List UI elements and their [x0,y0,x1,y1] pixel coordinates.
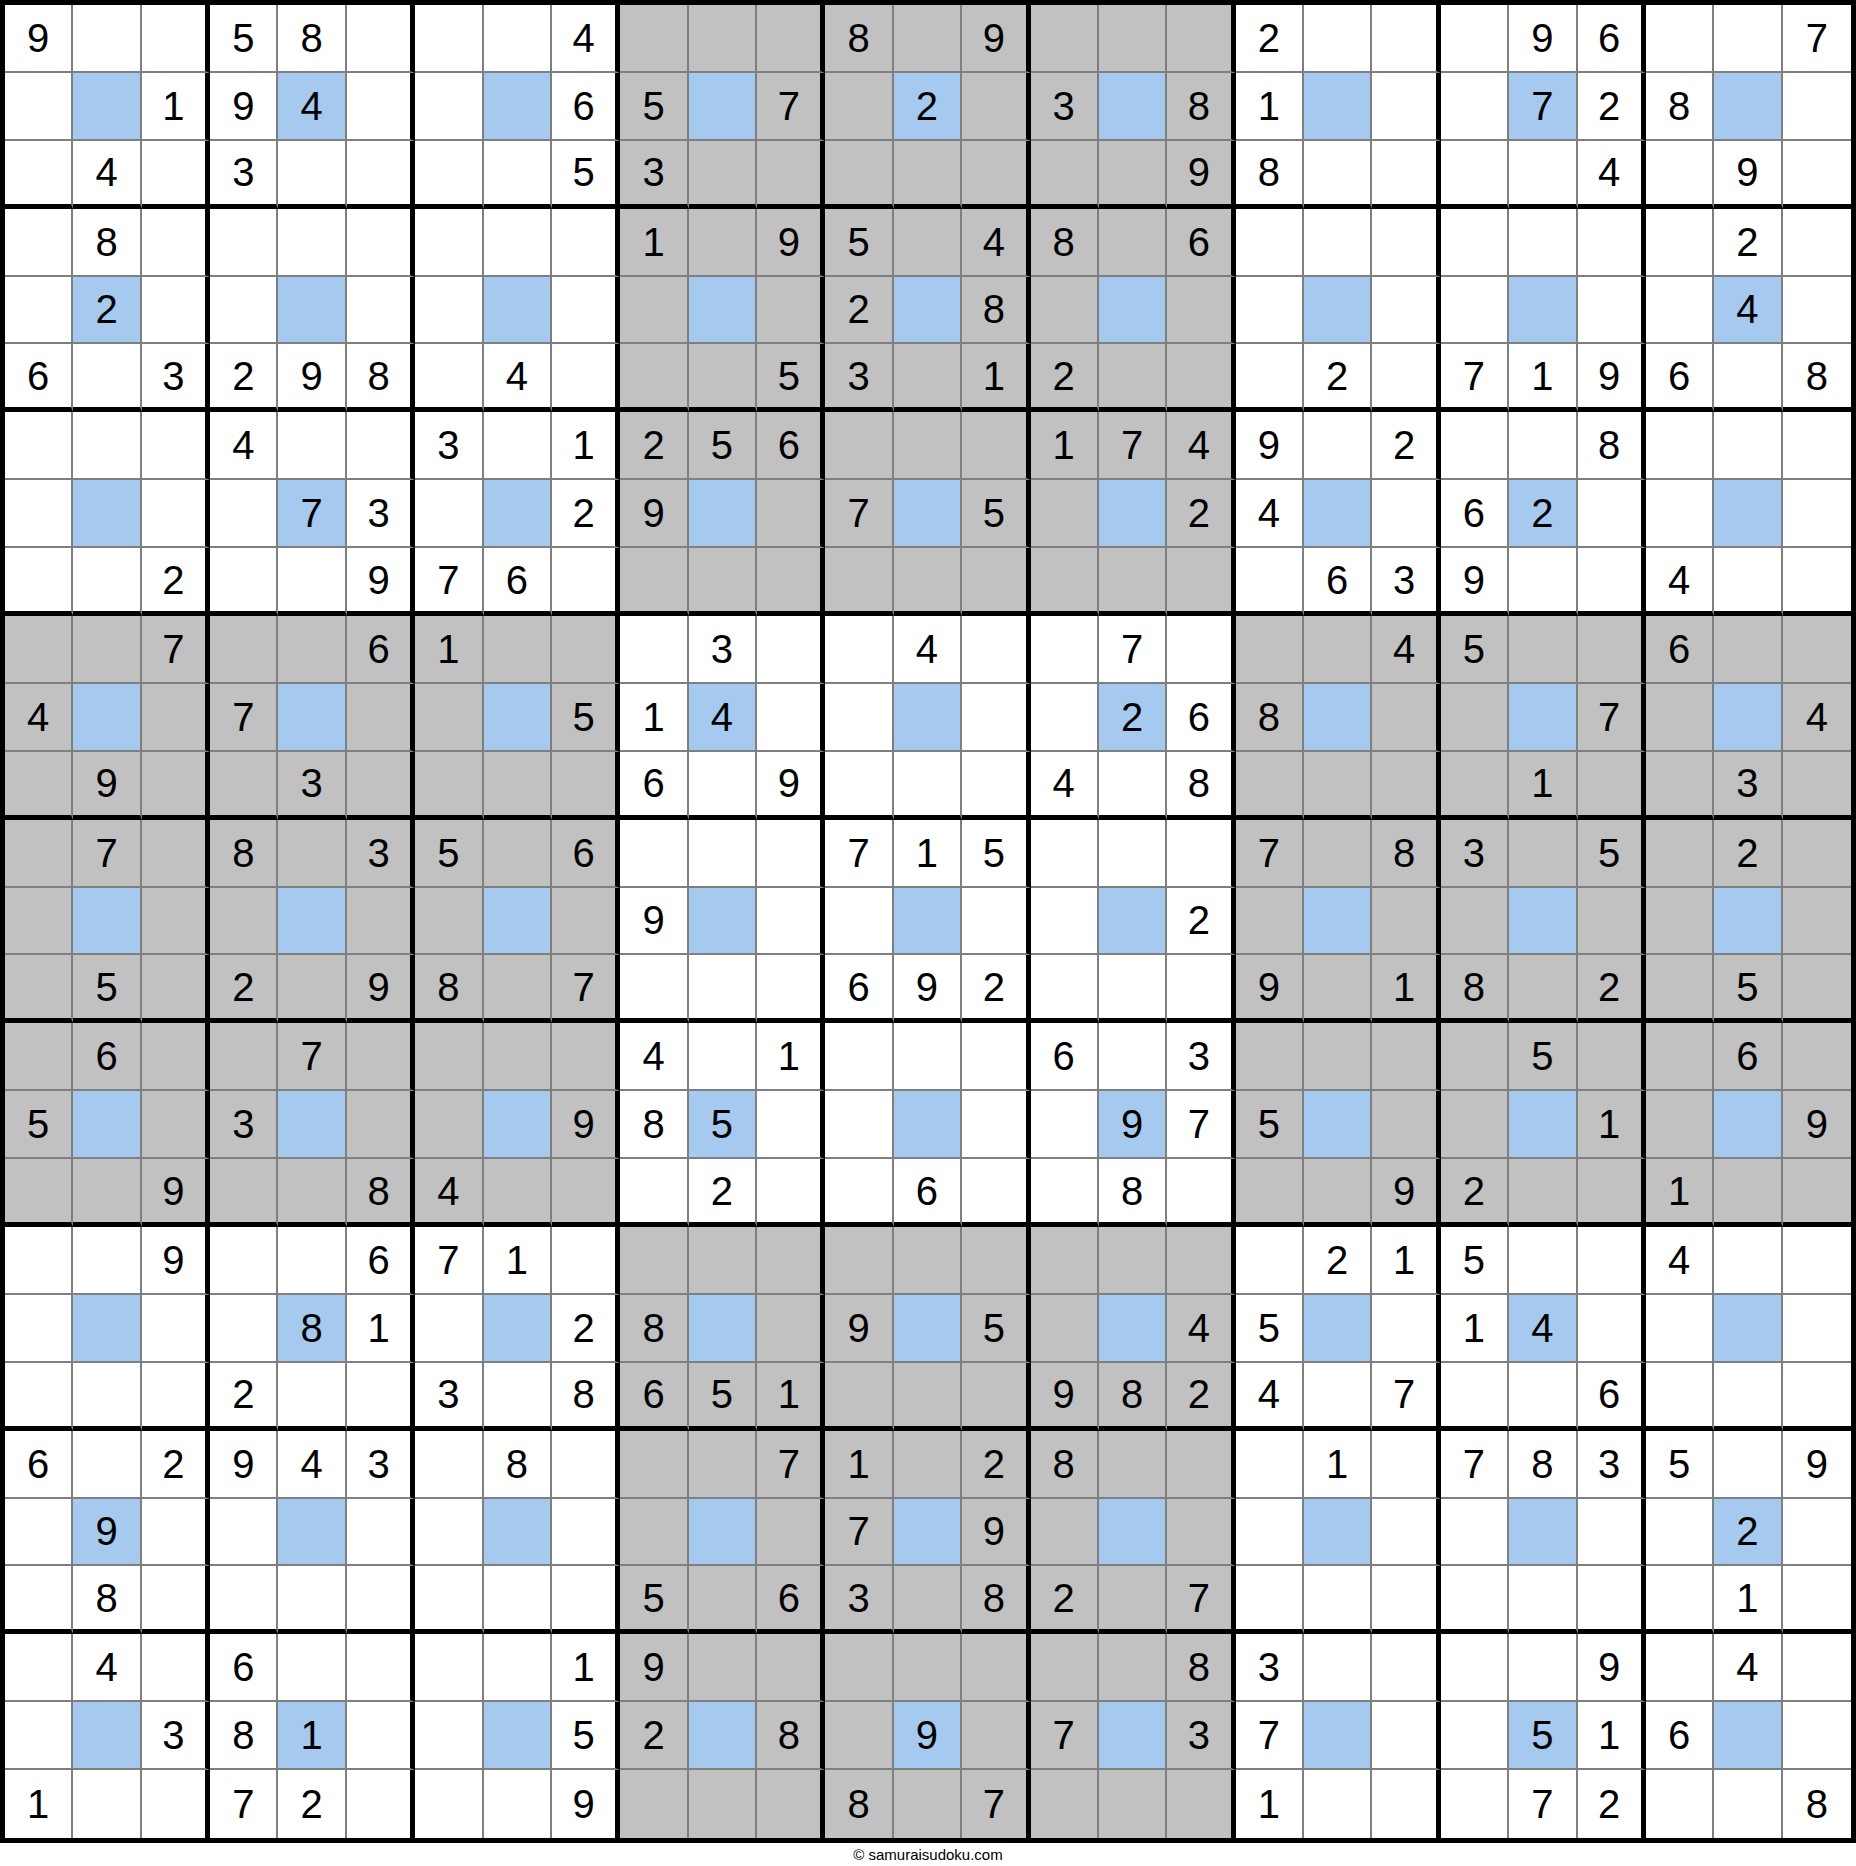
cell-r24-c22[interactable] [1441,1566,1509,1634]
cell-r11-c2[interactable] [73,684,141,752]
cell-r13-c18[interactable] [1167,820,1235,888]
cell-r4-c18[interactable]: 6 [1167,209,1235,277]
cell-r22-c17[interactable] [1099,1431,1167,1499]
cell-r2-c23[interactable]: 7 [1509,73,1577,141]
cell-r18-c8[interactable] [484,1159,552,1227]
cell-r7-c21[interactable]: 2 [1372,412,1440,480]
cell-r27-c6[interactable] [347,1770,415,1838]
cell-r24-c19[interactable] [1236,1566,1304,1634]
cell-r1-c22[interactable] [1441,5,1509,73]
cell-r15-c20[interactable] [1304,955,1372,1023]
cell-r11-c9[interactable]: 5 [552,684,620,752]
cell-r3-c7[interactable] [415,141,483,209]
cell-r18-c1[interactable] [5,1159,73,1227]
cell-r18-c15[interactable] [962,1159,1030,1227]
cell-r20-c26[interactable] [1714,1295,1782,1363]
cell-r5-c10[interactable] [620,277,688,345]
cell-r6-c18[interactable] [1167,344,1235,412]
cell-r14-c3[interactable] [142,888,210,956]
cell-r4-c6[interactable] [347,209,415,277]
cell-r16-c14[interactable] [894,1023,962,1091]
cell-r1-c24[interactable]: 6 [1578,5,1646,73]
cell-r9-c27[interactable] [1783,548,1851,616]
cell-r14-c18[interactable]: 2 [1167,888,1235,956]
cell-r21-c25[interactable] [1646,1363,1714,1431]
cell-r14-c20[interactable] [1304,888,1372,956]
cell-r25-c17[interactable] [1099,1634,1167,1702]
cell-r6-c25[interactable]: 6 [1646,344,1714,412]
cell-r10-c26[interactable] [1714,616,1782,684]
cell-r22-c10[interactable] [620,1431,688,1499]
cell-r17-c13[interactable] [825,1091,893,1159]
cell-r17-c26[interactable] [1714,1091,1782,1159]
cell-r11-c18[interactable]: 6 [1167,684,1235,752]
cell-r13-c5[interactable] [278,820,346,888]
cell-r25-c4[interactable]: 6 [210,1634,278,1702]
cell-r16-c24[interactable] [1578,1023,1646,1091]
cell-r17-c3[interactable] [142,1091,210,1159]
cell-r9-c16[interactable] [1031,548,1099,616]
cell-r13-c8[interactable] [484,820,552,888]
cell-r11-c11[interactable]: 4 [689,684,757,752]
cell-r2-c10[interactable]: 5 [620,73,688,141]
cell-r6-c15[interactable]: 1 [962,344,1030,412]
cell-r8-c1[interactable] [5,480,73,548]
cell-r14-c17[interactable] [1099,888,1167,956]
cell-r11-c16[interactable] [1031,684,1099,752]
cell-r12-c4[interactable] [210,752,278,820]
cell-r16-c16[interactable]: 6 [1031,1023,1099,1091]
cell-r21-c23[interactable] [1509,1363,1577,1431]
cell-r11-c17[interactable]: 2 [1099,684,1167,752]
cell-r23-c15[interactable]: 9 [962,1499,1030,1567]
cell-r14-c19[interactable] [1236,888,1304,956]
cell-r19-c8[interactable]: 1 [484,1227,552,1295]
cell-r24-c11[interactable] [689,1566,757,1634]
cell-r23-c14[interactable] [894,1499,962,1567]
cell-r22-c4[interactable]: 9 [210,1431,278,1499]
cell-r9-c14[interactable] [894,548,962,616]
cell-r10-c1[interactable] [5,616,73,684]
cell-r14-c5[interactable] [278,888,346,956]
cell-r3-c26[interactable]: 9 [1714,141,1782,209]
cell-r4-c13[interactable]: 5 [825,209,893,277]
cell-r3-c1[interactable] [5,141,73,209]
cell-r6-c14[interactable] [894,344,962,412]
cell-r20-c24[interactable] [1578,1295,1646,1363]
cell-r24-c20[interactable] [1304,1566,1372,1634]
cell-r10-c21[interactable]: 4 [1372,616,1440,684]
cell-r5-c26[interactable]: 4 [1714,277,1782,345]
cell-r8-c10[interactable]: 9 [620,480,688,548]
cell-r24-c1[interactable] [5,1566,73,1634]
cell-r20-c5[interactable]: 8 [278,1295,346,1363]
cell-r7-c5[interactable] [278,412,346,480]
cell-r25-c23[interactable] [1509,1634,1577,1702]
cell-r17-c8[interactable] [484,1091,552,1159]
cell-r20-c2[interactable] [73,1295,141,1363]
cell-r10-c5[interactable] [278,616,346,684]
cell-r10-c19[interactable] [1236,616,1304,684]
cell-r11-c6[interactable] [347,684,415,752]
cell-r23-c5[interactable] [278,1499,346,1567]
cell-r21-c1[interactable] [5,1363,73,1431]
cell-r8-c23[interactable]: 2 [1509,480,1577,548]
cell-r23-c16[interactable] [1031,1499,1099,1567]
cell-r5-c16[interactable] [1031,277,1099,345]
cell-r3-c18[interactable]: 9 [1167,141,1235,209]
cell-r20-c27[interactable] [1783,1295,1851,1363]
cell-r14-c27[interactable] [1783,888,1851,956]
cell-r8-c8[interactable] [484,480,552,548]
cell-r12-c5[interactable]: 3 [278,752,346,820]
cell-r13-c16[interactable] [1031,820,1099,888]
cell-r2-c5[interactable]: 4 [278,73,346,141]
cell-r16-c25[interactable] [1646,1023,1714,1091]
cell-r7-c11[interactable]: 5 [689,412,757,480]
cell-r24-c4[interactable] [210,1566,278,1634]
cell-r19-c10[interactable] [620,1227,688,1295]
cell-r9-c5[interactable] [278,548,346,616]
cell-r23-c8[interactable] [484,1499,552,1567]
cell-r9-c26[interactable] [1714,548,1782,616]
cell-r20-c3[interactable] [142,1295,210,1363]
cell-r1-c18[interactable] [1167,5,1235,73]
cell-r16-c5[interactable]: 7 [278,1023,346,1091]
cell-r23-c3[interactable] [142,1499,210,1567]
cell-r12-c18[interactable]: 8 [1167,752,1235,820]
cell-r6-c24[interactable]: 9 [1578,344,1646,412]
cell-r8-c12[interactable] [757,480,825,548]
cell-r2-c18[interactable]: 8 [1167,73,1235,141]
cell-r2-c8[interactable] [484,73,552,141]
cell-r27-c7[interactable] [415,1770,483,1838]
cell-r3-c16[interactable] [1031,141,1099,209]
cell-r18-c6[interactable]: 8 [347,1159,415,1227]
cell-r26-c22[interactable] [1441,1702,1509,1770]
cell-r20-c10[interactable]: 8 [620,1295,688,1363]
cell-r10-c23[interactable] [1509,616,1577,684]
cell-r22-c7[interactable] [415,1431,483,1499]
cell-r27-c13[interactable]: 8 [825,1770,893,1838]
cell-r13-c21[interactable]: 8 [1372,820,1440,888]
cell-r2-c2[interactable] [73,73,141,141]
cell-r25-c9[interactable]: 1 [552,1634,620,1702]
cell-r7-c6[interactable] [347,412,415,480]
cell-r3-c14[interactable] [894,141,962,209]
cell-r17-c19[interactable]: 5 [1236,1091,1304,1159]
cell-r10-c11[interactable]: 3 [689,616,757,684]
cell-r3-c5[interactable] [278,141,346,209]
cell-r14-c22[interactable] [1441,888,1509,956]
cell-r9-c4[interactable] [210,548,278,616]
cell-r16-c15[interactable] [962,1023,1030,1091]
cell-r22-c24[interactable]: 3 [1578,1431,1646,1499]
cell-r6-c27[interactable]: 8 [1783,344,1851,412]
cell-r1-c26[interactable] [1714,5,1782,73]
cell-r2-c9[interactable]: 6 [552,73,620,141]
cell-r19-c4[interactable] [210,1227,278,1295]
cell-r19-c9[interactable] [552,1227,620,1295]
cell-r21-c10[interactable]: 6 [620,1363,688,1431]
cell-r10-c24[interactable] [1578,616,1646,684]
cell-r23-c19[interactable] [1236,1499,1304,1567]
cell-r22-c26[interactable] [1714,1431,1782,1499]
cell-r7-c25[interactable] [1646,412,1714,480]
cell-r3-c27[interactable] [1783,141,1851,209]
cell-r19-c24[interactable] [1578,1227,1646,1295]
cell-r19-c21[interactable]: 1 [1372,1227,1440,1295]
cell-r21-c17[interactable]: 8 [1099,1363,1167,1431]
cell-r11-c19[interactable]: 8 [1236,684,1304,752]
cell-r10-c27[interactable] [1783,616,1851,684]
cell-r15-c1[interactable] [5,955,73,1023]
cell-r17-c7[interactable] [415,1091,483,1159]
cell-r12-c21[interactable] [1372,752,1440,820]
cell-r25-c16[interactable] [1031,1634,1099,1702]
cell-r23-c12[interactable] [757,1499,825,1567]
cell-r14-c25[interactable] [1646,888,1714,956]
cell-r18-c4[interactable] [210,1159,278,1227]
cell-r22-c14[interactable] [894,1431,962,1499]
cell-r24-c17[interactable] [1099,1566,1167,1634]
cell-r10-c2[interactable] [73,616,141,684]
cell-r18-c11[interactable]: 2 [689,1159,757,1227]
cell-r8-c24[interactable] [1578,480,1646,548]
cell-r18-c21[interactable]: 9 [1372,1159,1440,1227]
cell-r26-c26[interactable] [1714,1702,1782,1770]
cell-r26-c11[interactable] [689,1702,757,1770]
cell-r10-c10[interactable] [620,616,688,684]
cell-r26-c8[interactable] [484,1702,552,1770]
cell-r21-c24[interactable]: 6 [1578,1363,1646,1431]
cell-r9-c23[interactable] [1509,548,1577,616]
cell-r18-c14[interactable]: 6 [894,1159,962,1227]
cell-r25-c5[interactable] [278,1634,346,1702]
cell-r24-c6[interactable] [347,1566,415,1634]
cell-r22-c13[interactable]: 1 [825,1431,893,1499]
cell-r4-c5[interactable] [278,209,346,277]
cell-r24-c18[interactable]: 7 [1167,1566,1235,1634]
cell-r8-c16[interactable] [1031,480,1099,548]
cell-r5-c12[interactable] [757,277,825,345]
cell-r25-c13[interactable] [825,1634,893,1702]
cell-r27-c10[interactable] [620,1770,688,1838]
cell-r3-c19[interactable]: 8 [1236,141,1304,209]
cell-r11-c27[interactable]: 4 [1783,684,1851,752]
cell-r26-c10[interactable]: 2 [620,1702,688,1770]
cell-r21-c15[interactable] [962,1363,1030,1431]
cell-r4-c11[interactable] [689,209,757,277]
cell-r18-c2[interactable] [73,1159,141,1227]
cell-r12-c26[interactable]: 3 [1714,752,1782,820]
cell-r26-c5[interactable]: 1 [278,1702,346,1770]
cell-r18-c17[interactable]: 8 [1099,1159,1167,1227]
cell-r22-c27[interactable]: 9 [1783,1431,1851,1499]
cell-r20-c15[interactable]: 5 [962,1295,1030,1363]
cell-r8-c11[interactable] [689,480,757,548]
cell-r4-c4[interactable] [210,209,278,277]
cell-r20-c6[interactable]: 1 [347,1295,415,1363]
cell-r12-c12[interactable]: 9 [757,752,825,820]
cell-r7-c4[interactable]: 4 [210,412,278,480]
cell-r1-c21[interactable] [1372,5,1440,73]
cell-r7-c13[interactable] [825,412,893,480]
cell-r7-c7[interactable]: 3 [415,412,483,480]
cell-r14-c24[interactable] [1578,888,1646,956]
cell-r7-c1[interactable] [5,412,73,480]
cell-r6-c4[interactable]: 2 [210,344,278,412]
cell-r9-c6[interactable]: 9 [347,548,415,616]
cell-r4-c7[interactable] [415,209,483,277]
cell-r2-c20[interactable] [1304,73,1372,141]
cell-r13-c7[interactable]: 5 [415,820,483,888]
cell-r25-c3[interactable] [142,1634,210,1702]
cell-r25-c24[interactable]: 9 [1578,1634,1646,1702]
cell-r18-c19[interactable] [1236,1159,1304,1227]
cell-r2-c16[interactable]: 3 [1031,73,1099,141]
cell-r25-c1[interactable] [5,1634,73,1702]
cell-r3-c24[interactable]: 4 [1578,141,1646,209]
cell-r13-c2[interactable]: 7 [73,820,141,888]
cell-r24-c24[interactable] [1578,1566,1646,1634]
cell-r17-c27[interactable]: 9 [1783,1091,1851,1159]
cell-r9-c21[interactable]: 3 [1372,548,1440,616]
cell-r20-c11[interactable] [689,1295,757,1363]
cell-r9-c12[interactable] [757,548,825,616]
cell-r4-c25[interactable] [1646,209,1714,277]
cell-r24-c16[interactable]: 2 [1031,1566,1099,1634]
cell-r15-c17[interactable] [1099,955,1167,1023]
cell-r22-c6[interactable]: 3 [347,1431,415,1499]
cell-r15-c16[interactable] [1031,955,1099,1023]
cell-r24-c13[interactable]: 3 [825,1566,893,1634]
cell-r21-c26[interactable] [1714,1363,1782,1431]
cell-r3-c20[interactable] [1304,141,1372,209]
cell-r16-c12[interactable]: 1 [757,1023,825,1091]
cell-r1-c13[interactable]: 8 [825,5,893,73]
cell-r14-c2[interactable] [73,888,141,956]
cell-r6-c10[interactable] [620,344,688,412]
cell-r13-c13[interactable]: 7 [825,820,893,888]
cell-r2-c13[interactable] [825,73,893,141]
cell-r13-c24[interactable]: 5 [1578,820,1646,888]
cell-r27-c18[interactable] [1167,1770,1235,1838]
cell-r13-c10[interactable] [620,820,688,888]
cell-r3-c6[interactable] [347,141,415,209]
cell-r16-c1[interactable] [5,1023,73,1091]
cell-r23-c27[interactable] [1783,1499,1851,1567]
cell-r5-c17[interactable] [1099,277,1167,345]
cell-r9-c7[interactable]: 7 [415,548,483,616]
cell-r3-c9[interactable]: 5 [552,141,620,209]
cell-r5-c15[interactable]: 8 [962,277,1030,345]
cell-r24-c10[interactable]: 5 [620,1566,688,1634]
cell-r4-c15[interactable]: 4 [962,209,1030,277]
cell-r24-c23[interactable] [1509,1566,1577,1634]
cell-r22-c5[interactable]: 4 [278,1431,346,1499]
cell-r14-c26[interactable] [1714,888,1782,956]
cell-r8-c7[interactable] [415,480,483,548]
cell-r23-c7[interactable] [415,1499,483,1567]
cell-r27-c24[interactable]: 2 [1578,1770,1646,1838]
cell-r15-c27[interactable] [1783,955,1851,1023]
cell-r16-c6[interactable] [347,1023,415,1091]
cell-r3-c25[interactable] [1646,141,1714,209]
cell-r17-c12[interactable] [757,1091,825,1159]
cell-r17-c25[interactable] [1646,1091,1714,1159]
cell-r3-c21[interactable] [1372,141,1440,209]
cell-r10-c22[interactable]: 5 [1441,616,1509,684]
cell-r13-c14[interactable]: 1 [894,820,962,888]
cell-r9-c13[interactable] [825,548,893,616]
cell-r26-c9[interactable]: 5 [552,1702,620,1770]
cell-r25-c18[interactable]: 8 [1167,1634,1235,1702]
cell-r15-c15[interactable]: 2 [962,955,1030,1023]
cell-r20-c9[interactable]: 2 [552,1295,620,1363]
cell-r26-c3[interactable]: 3 [142,1702,210,1770]
cell-r7-c12[interactable]: 6 [757,412,825,480]
cell-r7-c26[interactable] [1714,412,1782,480]
cell-r13-c11[interactable] [689,820,757,888]
cell-r25-c14[interactable] [894,1634,962,1702]
cell-r5-c21[interactable] [1372,277,1440,345]
cell-r10-c18[interactable] [1167,616,1235,684]
cell-r5-c25[interactable] [1646,277,1714,345]
cell-r12-c9[interactable] [552,752,620,820]
cell-r25-c10[interactable]: 9 [620,1634,688,1702]
cell-r2-c1[interactable] [5,73,73,141]
cell-r24-c5[interactable] [278,1566,346,1634]
cell-r18-c18[interactable] [1167,1159,1235,1227]
cell-r2-c26[interactable] [1714,73,1782,141]
cell-r1-c3[interactable] [142,5,210,73]
cell-r8-c5[interactable]: 7 [278,480,346,548]
cell-r7-c23[interactable] [1509,412,1577,480]
cell-r26-c2[interactable] [73,1702,141,1770]
cell-r26-c4[interactable]: 8 [210,1702,278,1770]
cell-r14-c23[interactable] [1509,888,1577,956]
cell-r13-c3[interactable] [142,820,210,888]
cell-r20-c22[interactable]: 1 [1441,1295,1509,1363]
cell-r16-c2[interactable]: 6 [73,1023,141,1091]
cell-r20-c1[interactable] [5,1295,73,1363]
cell-r23-c1[interactable] [5,1499,73,1567]
cell-r6-c2[interactable] [73,344,141,412]
cell-r15-c25[interactable] [1646,955,1714,1023]
cell-r19-c25[interactable]: 4 [1646,1227,1714,1295]
cell-r19-c22[interactable]: 5 [1441,1227,1509,1295]
cell-r1-c9[interactable]: 4 [552,5,620,73]
cell-r10-c4[interactable] [210,616,278,684]
cell-r5-c20[interactable] [1304,277,1372,345]
cell-r11-c23[interactable] [1509,684,1577,752]
cell-r5-c18[interactable] [1167,277,1235,345]
cell-r24-c26[interactable]: 1 [1714,1566,1782,1634]
cell-r16-c19[interactable] [1236,1023,1304,1091]
cell-r3-c22[interactable] [1441,141,1509,209]
cell-r1-c23[interactable]: 9 [1509,5,1577,73]
cell-r22-c25[interactable]: 5 [1646,1431,1714,1499]
cell-r3-c8[interactable] [484,141,552,209]
cell-r27-c27[interactable]: 8 [1783,1770,1851,1838]
cell-r18-c20[interactable] [1304,1159,1372,1227]
cell-r8-c21[interactable] [1372,480,1440,548]
cell-r12-c7[interactable] [415,752,483,820]
cell-r23-c13[interactable]: 7 [825,1499,893,1567]
cell-r9-c22[interactable]: 9 [1441,548,1509,616]
cell-r9-c8[interactable]: 6 [484,548,552,616]
